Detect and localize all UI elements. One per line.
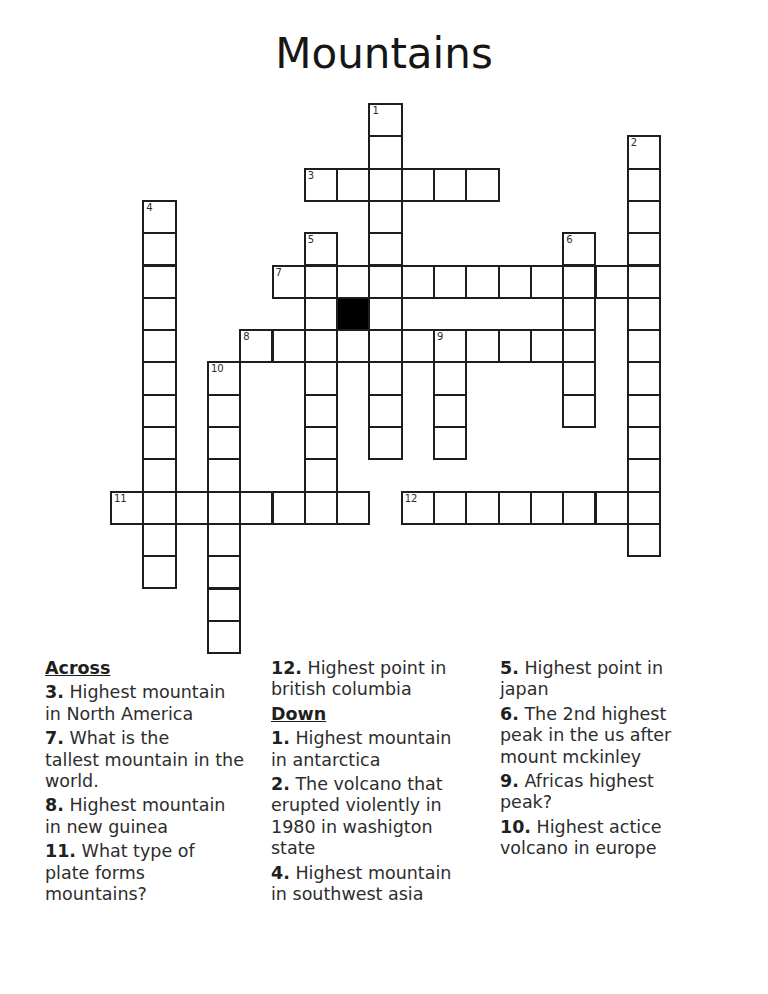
cell-r5-c12[interactable]: [498, 265, 532, 299]
cell-r8-c1[interactable]: [142, 361, 176, 395]
clue-line: 3. Highest mountain: [45, 682, 273, 703]
cell-number-12: 12: [405, 493, 418, 505]
cell-r8-c10[interactable]: [433, 361, 467, 395]
cell-r7-c5[interactable]: [272, 329, 306, 363]
cell-r11-c1[interactable]: [142, 458, 176, 492]
clue-line: state: [271, 838, 499, 859]
cell-r10-c8[interactable]: [368, 426, 402, 460]
clue-line: 5. Highest point in: [500, 658, 728, 679]
cell-r8-c6[interactable]: [304, 361, 338, 395]
cell-r6-c8[interactable]: [368, 297, 402, 331]
clue-line: plate forms: [45, 863, 273, 884]
crossword-page: { "title": "Mountains", "game": "crosswo…: [0, 0, 768, 994]
clue-line: peak in the us after: [500, 725, 728, 746]
cell-r12-c7[interactable]: [336, 491, 370, 525]
clue-number-label: 5.: [500, 658, 519, 678]
clue-line: world.: [45, 771, 273, 792]
cell-r4-c16[interactable]: [627, 232, 661, 266]
clue-across-11: 11. What type ofplate formsmountains?: [45, 841, 273, 905]
cell-number-5: 5: [308, 234, 314, 246]
cell-number-10: 10: [211, 363, 224, 375]
cell-r10-c3[interactable]: [207, 426, 241, 460]
cell-number-3: 3: [308, 170, 314, 182]
cell-r7-c7[interactable]: [336, 329, 370, 363]
cell-r9-c14[interactable]: [562, 394, 596, 428]
cell-r12-c13[interactable]: [530, 491, 564, 525]
clue-number-label: 12.: [271, 658, 302, 678]
cell-number-11: 11: [114, 493, 127, 505]
clue-line: 4. Highest mountain: [271, 863, 499, 884]
cell-r11-c3[interactable]: [207, 458, 241, 492]
cell-r6-c14[interactable]: [562, 297, 596, 331]
clue-across-8: 8. Highest mountainin new guinea: [45, 795, 273, 838]
cell-r2-c8[interactable]: [368, 168, 402, 202]
cell-r5-c16[interactable]: [627, 265, 661, 299]
cell-r12-c5[interactable]: [272, 491, 306, 525]
cell-r2-c9[interactable]: [401, 168, 435, 202]
cell-number-4: 4: [146, 202, 152, 214]
clue-number-label: 2.: [271, 774, 290, 794]
clue-line: mount mckinley: [500, 747, 728, 768]
cell-r12-c11[interactable]: [465, 491, 499, 525]
cell-r5-c10[interactable]: [433, 265, 467, 299]
cell-r12-c16[interactable]: [627, 491, 661, 525]
cell-r7-c8[interactable]: [368, 329, 402, 363]
clue-line: 12. Highest point in: [271, 658, 499, 679]
cell-r7-c14[interactable]: [562, 329, 596, 363]
cell-r0-c8[interactable]: 1: [368, 103, 402, 137]
cell-r5-c5[interactable]: 7: [272, 265, 306, 299]
cell-r9-c10[interactable]: [433, 394, 467, 428]
cell-r10-c10[interactable]: [433, 426, 467, 460]
cell-r5-c15[interactable]: [595, 265, 629, 299]
cell-number-8: 8: [243, 331, 249, 343]
cell-r2-c16[interactable]: [627, 168, 661, 202]
cell-r2-c7[interactable]: [336, 168, 370, 202]
clue-number-label: 4.: [271, 863, 290, 883]
cell-number-2: 2: [631, 137, 637, 149]
clues-header-across: Across: [45, 658, 273, 679]
cell-r7-c11[interactable]: [465, 329, 499, 363]
cell-r12-c15[interactable]: [595, 491, 629, 525]
cell-r7-c1[interactable]: [142, 329, 176, 363]
clue-number-label: 3.: [45, 682, 64, 702]
clue-down-6: 6. The 2nd highestpeak in the us aftermo…: [500, 704, 728, 768]
clue-across-12: 12. Highest point inbritish columbia: [271, 658, 499, 701]
cell-r5-c6[interactable]: [304, 265, 338, 299]
clue-line: 8. Highest mountain: [45, 795, 273, 816]
cell-r7-c9[interactable]: [401, 329, 435, 363]
cell-r6-c16[interactable]: [627, 297, 661, 331]
cell-r5-c13[interactable]: [530, 265, 564, 299]
cell-r9-c1[interactable]: [142, 394, 176, 428]
cell-r10-c1[interactable]: [142, 426, 176, 460]
clue-line: mountains?: [45, 884, 273, 905]
cell-r9-c3[interactable]: [207, 394, 241, 428]
clues-column-2: 12. Highest point inbritish columbiaDown…: [271, 658, 499, 908]
cell-r4-c8[interactable]: [368, 232, 402, 266]
cell-r7-c10[interactable]: 9: [433, 329, 467, 363]
cell-r9-c8[interactable]: [368, 394, 402, 428]
clue-line: volcano in europe: [500, 838, 728, 859]
clue-number-label: 8.: [45, 795, 64, 815]
cell-r12-c14[interactable]: [562, 491, 596, 525]
cell-r12-c2[interactable]: [175, 491, 209, 525]
cell-r12-c0[interactable]: 11: [110, 491, 144, 525]
cell-r5-c11[interactable]: [465, 265, 499, 299]
cell-r7-c16[interactable]: [627, 329, 661, 363]
clue-line: in antarctica: [271, 750, 499, 771]
cell-r16-c3[interactable]: [207, 620, 241, 654]
clue-line: erupted violently in: [271, 795, 499, 816]
puzzle-title: Mountains: [0, 30, 768, 78]
clues-column-3: 5. Highest point injapan6. The 2nd highe…: [500, 658, 728, 863]
clues-header-down: Down: [271, 704, 499, 725]
clue-line: 1980 in washigton: [271, 817, 499, 838]
cell-r2-c11[interactable]: [465, 168, 499, 202]
clue-line: in new guinea: [45, 817, 273, 838]
clue-across-7: 7. What is thetallest mountain in thewor…: [45, 728, 273, 792]
clue-number-label: 6.: [500, 704, 519, 724]
cell-number-7: 7: [276, 267, 282, 279]
cell-r10-c6[interactable]: [304, 426, 338, 460]
cell-r4-c6[interactable]: 5: [304, 232, 338, 266]
cell-r12-c1[interactable]: [142, 491, 176, 525]
cell-r14-c3[interactable]: [207, 555, 241, 589]
cell-r5-c7[interactable]: [336, 265, 370, 299]
clue-across-3: 3. Highest mountainin North America: [45, 682, 273, 725]
cell-r12-c4[interactable]: [239, 491, 273, 525]
clue-number-label: 10.: [500, 817, 531, 837]
clue-line: 2. The volcano that: [271, 774, 499, 795]
cell-r10-c16[interactable]: [627, 426, 661, 460]
clues-column-1: Across3. Highest mountainin North Americ…: [45, 658, 273, 908]
cell-r5-c9[interactable]: [401, 265, 435, 299]
cell-r6-c6[interactable]: [304, 297, 338, 331]
crossword-grid: 123456789101112: [110, 103, 662, 655]
clue-line: tallest mountain in the: [45, 750, 273, 771]
cell-r5-c1[interactable]: [142, 265, 176, 299]
clue-down-5: 5. Highest point injapan: [500, 658, 728, 701]
cell-r3-c16[interactable]: [627, 200, 661, 234]
cell-r12-c6[interactable]: [304, 491, 338, 525]
clue-line: in southwest asia: [271, 884, 499, 905]
cell-r7-c13[interactable]: [530, 329, 564, 363]
clue-line: japan: [500, 679, 728, 700]
cell-r4-c1[interactable]: [142, 232, 176, 266]
clue-down-2: 2. The volcano thaterupted violently in1…: [271, 774, 499, 860]
cell-r7-c6[interactable]: [304, 329, 338, 363]
cell-r1-c8[interactable]: [368, 135, 402, 169]
cell-r4-c14[interactable]: 6: [562, 232, 596, 266]
cell-r8-c16[interactable]: [627, 361, 661, 395]
cell-r2-c10[interactable]: [433, 168, 467, 202]
clue-line: 9. Africas highest: [500, 771, 728, 792]
cell-r12-c10[interactable]: [433, 491, 467, 525]
cell-r7-c4[interactable]: 8: [239, 329, 273, 363]
clue-down-10: 10. Highest acticevolcano in europe: [500, 817, 728, 860]
cell-r9-c16[interactable]: [627, 394, 661, 428]
cell-r12-c12[interactable]: [498, 491, 532, 525]
clue-number-label: 11.: [45, 841, 76, 861]
cell-r3-c8[interactable]: [368, 200, 402, 234]
cell-r2-c6[interactable]: 3: [304, 168, 338, 202]
clue-line: 7. What is the: [45, 728, 273, 749]
cell-r15-c3[interactable]: [207, 588, 241, 622]
clue-line: british columbia: [271, 679, 499, 700]
clue-line: 1. Highest mountain: [271, 728, 499, 749]
cell-r5-c8[interactable]: [368, 265, 402, 299]
cell-r9-c6[interactable]: [304, 394, 338, 428]
cell-r8-c14[interactable]: [562, 361, 596, 395]
cell-r13-c1[interactable]: [142, 523, 176, 557]
black-cell-r6-c7: [336, 297, 370, 331]
cell-r11-c16[interactable]: [627, 458, 661, 492]
clue-line: 11. What type of: [45, 841, 273, 862]
cell-number-9: 9: [437, 331, 443, 343]
cell-r5-c14[interactable]: [562, 265, 596, 299]
cell-r3-c1[interactable]: 4: [142, 200, 176, 234]
cell-r11-c6[interactable]: [304, 458, 338, 492]
clue-down-4: 4. Highest mountainin southwest asia: [271, 863, 499, 906]
clue-down-1: 1. Highest mountainin antarctica: [271, 728, 499, 771]
clue-number-label: 1.: [271, 728, 290, 748]
clue-number-label: 9.: [500, 771, 519, 791]
clue-line: 6. The 2nd highest: [500, 704, 728, 725]
clue-number-label: 7.: [45, 728, 64, 748]
cell-r1-c16[interactable]: 2: [627, 135, 661, 169]
clue-line: peak?: [500, 792, 728, 813]
clue-down-9: 9. Africas highestpeak?: [500, 771, 728, 814]
cell-number-6: 6: [566, 234, 572, 246]
clue-line: 10. Highest actice: [500, 817, 728, 838]
cell-r8-c3[interactable]: 10: [207, 361, 241, 395]
cell-r14-c1[interactable]: [142, 555, 176, 589]
cell-r8-c8[interactable]: [368, 361, 402, 395]
cell-r13-c3[interactable]: [207, 523, 241, 557]
cell-r6-c1[interactable]: [142, 297, 176, 331]
cell-r12-c9[interactable]: 12: [401, 491, 435, 525]
clue-line: in North America: [45, 704, 273, 725]
cell-r13-c16[interactable]: [627, 523, 661, 557]
cell-r12-c3[interactable]: [207, 491, 241, 525]
cell-r7-c12[interactable]: [498, 329, 532, 363]
cell-number-1: 1: [372, 105, 378, 117]
